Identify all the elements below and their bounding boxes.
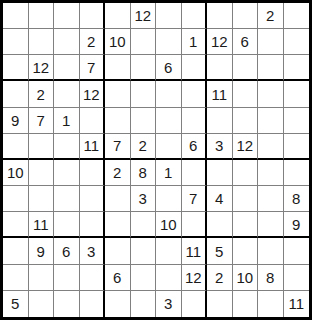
cell-r11c2[interactable] xyxy=(29,265,55,291)
cell-r2c3[interactable] xyxy=(54,29,80,55)
cell-r1c4[interactable] xyxy=(80,3,106,29)
cell-r2c8[interactable]: 1 xyxy=(182,29,208,55)
given-digit: 2 xyxy=(87,34,95,49)
cell-r5c9[interactable] xyxy=(207,108,233,134)
cell-r7c11[interactable] xyxy=(258,160,284,186)
given-digit: 8 xyxy=(292,191,300,206)
cell-r8c12[interactable]: 8 xyxy=(284,186,310,212)
cell-r2c2[interactable] xyxy=(29,29,55,55)
given-digit: 11 xyxy=(288,296,304,311)
cell-r1c12[interactable] xyxy=(284,3,310,29)
cell-r11c7[interactable] xyxy=(156,265,182,291)
cell-r12c6[interactable] xyxy=(131,291,157,317)
cell-r5c2[interactable]: 7 xyxy=(29,108,55,134)
cell-r3c4[interactable]: 7 xyxy=(80,55,106,81)
cell-r9c8[interactable] xyxy=(182,212,208,238)
given-digit: 12 xyxy=(185,270,202,285)
cell-r7c2[interactable] xyxy=(29,160,55,186)
given-digit: 5 xyxy=(215,244,223,259)
cell-r3c11[interactable] xyxy=(258,55,284,81)
cell-r6c12[interactable] xyxy=(284,134,310,160)
cell-r9c7[interactable]: 10 xyxy=(156,212,182,238)
cell-r10c3[interactable]: 6 xyxy=(54,238,80,264)
cell-r4c5[interactable] xyxy=(105,81,131,107)
cell-r5c12[interactable] xyxy=(284,108,310,134)
cell-r1c3[interactable] xyxy=(54,3,80,29)
cell-r11c5[interactable]: 6 xyxy=(105,265,131,291)
given-digit: 2 xyxy=(215,270,223,285)
cell-r11c3[interactable] xyxy=(54,265,80,291)
cell-r9c3[interactable] xyxy=(54,212,80,238)
cell-r2c11[interactable] xyxy=(258,29,284,55)
cell-r6c7[interactable] xyxy=(156,134,182,160)
cell-r3c3[interactable] xyxy=(54,55,80,81)
cell-r7c5[interactable]: 2 xyxy=(105,160,131,186)
cell-r3c10[interactable] xyxy=(233,55,259,81)
given-digit: 1 xyxy=(62,113,70,128)
given-digit: 4 xyxy=(215,191,223,206)
given-digit: 11 xyxy=(33,217,49,232)
cell-r1c10[interactable] xyxy=(233,3,259,29)
given-digit: 10 xyxy=(7,165,24,180)
cell-r12c11[interactable] xyxy=(258,291,284,317)
cell-r4c10[interactable] xyxy=(233,81,259,107)
cell-r10c9[interactable]: 5 xyxy=(207,238,233,264)
given-digit: 11 xyxy=(211,87,227,102)
given-digit: 3 xyxy=(164,296,172,311)
cell-r4c6[interactable] xyxy=(131,81,157,107)
cell-r5c4[interactable] xyxy=(80,108,106,134)
cell-r8c4[interactable] xyxy=(80,186,106,212)
cell-r7c9[interactable] xyxy=(207,160,233,186)
cell-r6c6[interactable]: 2 xyxy=(131,134,157,160)
cell-r9c11[interactable] xyxy=(258,212,284,238)
given-digit: 8 xyxy=(139,165,147,180)
cell-r12c7[interactable]: 3 xyxy=(156,291,182,317)
given-digit: 6 xyxy=(164,60,172,75)
cell-r5c11[interactable] xyxy=(258,108,284,134)
cell-r10c8[interactable]: 11 xyxy=(182,238,208,264)
given-digit: 7 xyxy=(113,138,121,153)
cell-r7c12[interactable] xyxy=(284,160,310,186)
cell-r2c7[interactable] xyxy=(156,29,182,55)
given-digit: 3 xyxy=(139,191,147,206)
given-digit: 7 xyxy=(87,60,95,75)
given-digit: 2 xyxy=(139,138,147,153)
cell-r5c8[interactable] xyxy=(182,108,208,134)
cell-r4c3[interactable] xyxy=(54,81,80,107)
cell-r10c2[interactable]: 9 xyxy=(29,238,55,264)
given-digit: 12 xyxy=(32,60,49,75)
given-digit: 9 xyxy=(11,113,19,128)
given-digit: 12 xyxy=(134,8,151,23)
cell-r12c8[interactable] xyxy=(182,291,208,317)
cell-r5c10[interactable] xyxy=(233,108,259,134)
cell-r6c9[interactable]: 3 xyxy=(207,134,233,160)
cell-r11c9[interactable]: 2 xyxy=(207,265,233,291)
cell-r3c2[interactable]: 12 xyxy=(29,55,55,81)
sudoku-board: 1222101126127621211971117263121028137481… xyxy=(0,0,312,320)
cell-r10c6[interactable] xyxy=(131,238,157,264)
given-digit: 11 xyxy=(83,138,99,153)
cell-r3c7[interactable]: 6 xyxy=(156,55,182,81)
cell-r2c10[interactable]: 6 xyxy=(233,29,259,55)
cell-r4c12[interactable] xyxy=(284,81,310,107)
cell-r9c1[interactable] xyxy=(3,212,29,238)
cell-r12c5[interactable] xyxy=(105,291,131,317)
cell-r2c12[interactable] xyxy=(284,29,310,55)
given-digit: 12 xyxy=(211,34,228,49)
cell-r1c2[interactable] xyxy=(29,3,55,29)
cell-r10c4[interactable]: 3 xyxy=(80,238,106,264)
cell-r8c2[interactable] xyxy=(29,186,55,212)
cell-r1c6[interactable]: 12 xyxy=(131,3,157,29)
cell-r11c1[interactable] xyxy=(3,265,29,291)
cell-r8c11[interactable] xyxy=(258,186,284,212)
cell-r7c4[interactable] xyxy=(80,160,106,186)
cell-r2c1[interactable] xyxy=(3,29,29,55)
given-digit: 10 xyxy=(109,34,126,49)
given-digit: 3 xyxy=(215,138,223,153)
given-digit: 2 xyxy=(37,87,45,102)
cell-r6c2[interactable] xyxy=(29,134,55,160)
given-digit: 9 xyxy=(292,217,300,232)
given-digit: 6 xyxy=(241,34,249,49)
cell-r10c7[interactable] xyxy=(156,238,182,264)
given-digit: 5 xyxy=(11,296,19,311)
cell-r2c6[interactable] xyxy=(131,29,157,55)
given-digit: 12 xyxy=(236,138,253,153)
cell-r12c2[interactable] xyxy=(29,291,55,317)
cell-r7c8[interactable] xyxy=(182,160,208,186)
given-digit: 7 xyxy=(189,191,197,206)
cell-r11c11[interactable]: 8 xyxy=(258,265,284,291)
cell-r9c12[interactable]: 9 xyxy=(284,212,310,238)
given-digit: 6 xyxy=(189,138,197,153)
given-digit: 10 xyxy=(236,270,253,285)
cell-r11c6[interactable] xyxy=(131,265,157,291)
cell-r12c12[interactable]: 11 xyxy=(284,291,310,317)
cell-r9c6[interactable] xyxy=(131,212,157,238)
cell-r4c2[interactable]: 2 xyxy=(29,81,55,107)
cell-r7c10[interactable] xyxy=(233,160,259,186)
cell-r3c12[interactable] xyxy=(284,55,310,81)
cell-r9c2[interactable]: 11 xyxy=(29,212,55,238)
cell-r5c1[interactable]: 9 xyxy=(3,108,29,134)
cell-r4c11[interactable] xyxy=(258,81,284,107)
given-digit: 2 xyxy=(266,8,274,23)
cell-r8c8[interactable]: 7 xyxy=(182,186,208,212)
cell-r12c1[interactable]: 5 xyxy=(3,291,29,317)
cell-r6c3[interactable] xyxy=(54,134,80,160)
given-digit: 6 xyxy=(62,244,70,259)
cell-r7c3[interactable] xyxy=(54,160,80,186)
cell-r2c5[interactable]: 10 xyxy=(105,29,131,55)
cell-r10c1[interactable] xyxy=(3,238,29,264)
cell-r9c5[interactable] xyxy=(105,212,131,238)
cell-r11c12[interactable] xyxy=(284,265,310,291)
cell-r12c9[interactable] xyxy=(207,291,233,317)
cell-r2c4[interactable]: 2 xyxy=(80,29,106,55)
cell-r8c9[interactable]: 4 xyxy=(207,186,233,212)
cell-r3c8[interactable] xyxy=(182,55,208,81)
cell-r5c3[interactable]: 1 xyxy=(54,108,80,134)
cell-r3c6[interactable] xyxy=(131,55,157,81)
cell-r7c1[interactable]: 10 xyxy=(3,160,29,186)
given-digit: 9 xyxy=(37,244,45,259)
cell-r4c8[interactable] xyxy=(182,81,208,107)
cell-r11c4[interactable] xyxy=(80,265,106,291)
cell-r11c8[interactable]: 12 xyxy=(182,265,208,291)
cell-r8c1[interactable] xyxy=(3,186,29,212)
cell-r8c7[interactable] xyxy=(156,186,182,212)
cell-r12c10[interactable] xyxy=(233,291,259,317)
cell-r6c4[interactable]: 11 xyxy=(80,134,106,160)
cell-r12c4[interactable] xyxy=(80,291,106,317)
given-digit: 2 xyxy=(113,165,121,180)
cell-r8c3[interactable] xyxy=(54,186,80,212)
cell-r4c9[interactable]: 11 xyxy=(207,81,233,107)
cell-r8c10[interactable] xyxy=(233,186,259,212)
cell-r10c5[interactable] xyxy=(105,238,131,264)
cell-r1c9[interactable] xyxy=(207,3,233,29)
cell-r10c12[interactable] xyxy=(284,238,310,264)
cell-r6c1[interactable] xyxy=(3,134,29,160)
cell-r8c6[interactable]: 3 xyxy=(131,186,157,212)
cell-r5c5[interactable] xyxy=(105,108,131,134)
given-digit: 6 xyxy=(113,270,121,285)
cell-r6c10[interactable]: 12 xyxy=(233,134,259,160)
given-digit: 3 xyxy=(87,244,95,259)
cell-r7c6[interactable]: 8 xyxy=(131,160,157,186)
cell-r10c11[interactable] xyxy=(258,238,284,264)
given-digit: 1 xyxy=(164,165,172,180)
cell-r1c1[interactable] xyxy=(3,3,29,29)
cell-r10c10[interactable] xyxy=(233,238,259,264)
cell-r12c3[interactable] xyxy=(54,291,80,317)
cell-r5c7[interactable] xyxy=(156,108,182,134)
given-digit: 11 xyxy=(185,244,201,259)
cell-r1c8[interactable] xyxy=(182,3,208,29)
cell-r1c11[interactable]: 2 xyxy=(258,3,284,29)
cell-r8c5[interactable] xyxy=(105,186,131,212)
cell-r4c4[interactable]: 12 xyxy=(80,81,106,107)
cell-r7c7[interactable]: 1 xyxy=(156,160,182,186)
cell-r4c7[interactable] xyxy=(156,81,182,107)
cell-r3c9[interactable] xyxy=(207,55,233,81)
cell-r4c1[interactable] xyxy=(3,81,29,107)
cell-r9c4[interactable] xyxy=(80,212,106,238)
cell-r11c10[interactable]: 10 xyxy=(233,265,259,291)
given-digit: 7 xyxy=(37,113,45,128)
cell-r6c5[interactable]: 7 xyxy=(105,134,131,160)
given-digit: 8 xyxy=(266,270,274,285)
cell-r1c5[interactable] xyxy=(105,3,131,29)
cell-r2c9[interactable]: 12 xyxy=(207,29,233,55)
cell-r6c11[interactable] xyxy=(258,134,284,160)
cell-r3c5[interactable] xyxy=(105,55,131,81)
cell-r1c7[interactable] xyxy=(156,3,182,29)
cell-r3c1[interactable] xyxy=(3,55,29,81)
given-digit: 1 xyxy=(189,34,197,49)
given-digit: 12 xyxy=(83,87,100,102)
given-digit: 10 xyxy=(160,217,177,232)
cell-r5c6[interactable] xyxy=(131,108,157,134)
cell-r9c10[interactable] xyxy=(233,212,259,238)
cell-r6c8[interactable]: 6 xyxy=(182,134,208,160)
cell-r9c9[interactable] xyxy=(207,212,233,238)
